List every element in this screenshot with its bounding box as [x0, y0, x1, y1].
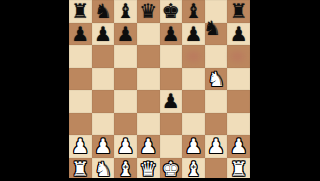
square-c7[interactable]: ♟	[114, 23, 137, 46]
square-b8[interactable]: ♞	[92, 0, 115, 23]
square-f6[interactable]	[182, 45, 205, 68]
square-d2[interactable]: ♟	[137, 135, 160, 158]
square-e5[interactable]	[160, 68, 183, 91]
square-f3[interactable]	[182, 113, 205, 136]
square-c8[interactable]: ♝	[114, 0, 137, 23]
square-h7[interactable]: ♟	[227, 23, 250, 46]
piece-black-pawn[interactable]: ♟	[114, 23, 137, 46]
piece-black-rook[interactable]: ♜	[69, 0, 92, 23]
square-g6[interactable]	[205, 45, 228, 68]
square-h4[interactable]	[227, 90, 250, 113]
square-e7[interactable]: ♟	[160, 23, 183, 46]
piece-black-queen[interactable]: ♛	[137, 0, 160, 23]
square-c2[interactable]: ♟	[114, 135, 137, 158]
square-a3[interactable]	[69, 113, 92, 136]
piece-black-bishop[interactable]: ♝	[114, 0, 137, 23]
piece-black-king[interactable]: ♚	[160, 0, 183, 23]
piece-black-pawn[interactable]: ♟	[69, 23, 92, 46]
square-d3[interactable]	[137, 113, 160, 136]
letterbox-right	[250, 0, 320, 180]
square-h3[interactable]	[227, 113, 250, 136]
square-e8[interactable]: ♚	[160, 0, 183, 23]
square-c4[interactable]	[114, 90, 137, 113]
square-g1[interactable]	[205, 158, 228, 181]
square-g5[interactable]: ♞	[205, 68, 228, 91]
square-b7[interactable]: ♟	[92, 23, 115, 46]
square-g2[interactable]: ♟	[205, 135, 228, 158]
square-b1[interactable]: ♞	[92, 158, 115, 181]
square-f1[interactable]: ♝	[182, 158, 205, 181]
square-e3[interactable]	[160, 113, 183, 136]
piece-white-pawn[interactable]: ♟	[69, 135, 92, 158]
piece-white-pawn[interactable]: ♟	[227, 135, 250, 158]
square-f2[interactable]: ♟	[182, 135, 205, 158]
square-b2[interactable]: ♟	[92, 135, 115, 158]
square-h8[interactable]: ♜	[227, 0, 250, 23]
piece-white-king[interactable]: ♚	[160, 158, 183, 181]
square-c5[interactable]	[114, 68, 137, 91]
square-a4[interactable]	[69, 90, 92, 113]
square-d6[interactable]	[137, 45, 160, 68]
piece-white-pawn[interactable]: ♟	[205, 135, 228, 158]
square-e4[interactable]: ♟	[160, 90, 183, 113]
square-c3[interactable]	[114, 113, 137, 136]
square-a7[interactable]: ♟	[69, 23, 92, 46]
piece-white-knight[interactable]: ♞	[205, 68, 228, 91]
video-frame: ♜♞♝♛♚♝♜♟♟♟♟♟♟♞♟♟♟♟♟♟♟♟♜♞♝♛♚♝♜♞	[0, 0, 320, 180]
square-h6[interactable]	[227, 45, 250, 68]
piece-white-bishop[interactable]: ♝	[114, 158, 137, 181]
chess-board: ♜♞♝♛♚♝♜♟♟♟♟♟♟♞♟♟♟♟♟♟♟♟♜♞♝♛♚♝♜♞	[69, 0, 250, 180]
square-f4[interactable]	[182, 90, 205, 113]
square-d8[interactable]: ♛	[137, 0, 160, 23]
square-f5[interactable]	[182, 68, 205, 91]
piece-white-knight[interactable]: ♞	[92, 158, 115, 181]
square-c1[interactable]: ♝	[114, 158, 137, 181]
square-a8[interactable]: ♜	[69, 0, 92, 23]
piece-black-pawn[interactable]: ♟	[160, 90, 183, 113]
square-d7[interactable]	[137, 23, 160, 46]
square-c6[interactable]	[114, 45, 137, 68]
square-h5[interactable]	[227, 68, 250, 91]
square-a6[interactable]	[69, 45, 92, 68]
square-b6[interactable]	[92, 45, 115, 68]
square-g3[interactable]	[205, 113, 228, 136]
piece-white-rook[interactable]: ♜	[227, 158, 250, 181]
bottom-edge-line	[0, 178, 320, 180]
square-b4[interactable]	[92, 90, 115, 113]
square-d1[interactable]: ♛	[137, 158, 160, 181]
square-d5[interactable]	[137, 68, 160, 91]
square-e6[interactable]	[160, 45, 183, 68]
piece-white-rook[interactable]: ♜	[69, 158, 92, 181]
square-d4[interactable]	[137, 90, 160, 113]
square-a2[interactable]: ♟	[69, 135, 92, 158]
piece-black-rook[interactable]: ♜	[227, 0, 250, 23]
square-e1[interactable]: ♚	[160, 158, 183, 181]
letterbox-left	[0, 0, 69, 180]
piece-white-pawn[interactable]: ♟	[182, 135, 205, 158]
piece-white-pawn[interactable]: ♟	[137, 135, 160, 158]
square-a1[interactable]: ♜	[69, 158, 92, 181]
square-b5[interactable]	[92, 68, 115, 91]
piece-white-pawn[interactable]: ♟	[114, 135, 137, 158]
piece-black-pawn[interactable]: ♟	[160, 23, 183, 46]
piece-black-pawn[interactable]: ♟	[92, 23, 115, 46]
square-a5[interactable]	[69, 68, 92, 91]
animating-piece-black-knight[interactable]: ♞	[201, 17, 224, 40]
square-h1[interactable]: ♜	[227, 158, 250, 181]
square-b3[interactable]	[92, 113, 115, 136]
square-h2[interactable]: ♟	[227, 135, 250, 158]
piece-white-pawn[interactable]: ♟	[92, 135, 115, 158]
piece-white-bishop[interactable]: ♝	[182, 158, 205, 181]
piece-black-pawn[interactable]: ♟	[227, 23, 250, 46]
piece-white-queen[interactable]: ♛	[137, 158, 160, 181]
piece-black-knight[interactable]: ♞	[92, 0, 115, 23]
square-e2[interactable]	[160, 135, 183, 158]
square-g4[interactable]	[205, 90, 228, 113]
